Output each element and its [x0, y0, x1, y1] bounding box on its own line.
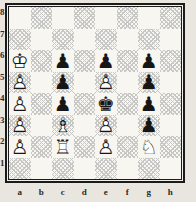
square-c5[interactable]: ♟ — [52, 72, 74, 94]
rank-label-3: 3 — [0, 115, 6, 137]
file-label-f: f — [117, 187, 139, 197]
white-pawn-fill: ♟ — [9, 115, 31, 137]
file-label-a: a — [9, 187, 31, 197]
piece-black-pawn: ♟ — [52, 72, 74, 94]
piece-black-pawn: ♟ — [138, 50, 160, 72]
white-pawn-fill: ♟ — [9, 93, 31, 115]
file-label-e: e — [95, 187, 117, 197]
square-c6[interactable]: ♟ — [52, 50, 74, 72]
white-king-fill: ♚ — [9, 50, 31, 72]
piece-black-king: ♚ — [95, 93, 117, 115]
chess-board-border: ♚♔♟♟♟♟♙♟♟♙♟♟♙♟♚♟♟♙♝♗♟♙♟♟♙♜♖♟♙♞♘ — [8, 6, 182, 180]
square-c2[interactable]: ♜♖ — [52, 136, 74, 158]
piece-white-pawn: ♙ — [9, 72, 31, 94]
rank-label-4: 4 — [0, 93, 6, 115]
piece-black-pawn: ♟ — [138, 115, 160, 137]
square-h3[interactable] — [160, 115, 182, 137]
piece-white-pawn: ♙ — [95, 136, 117, 158]
square-h7[interactable] — [160, 29, 182, 51]
piece-white-knight: ♘ — [138, 136, 160, 158]
square-e7[interactable] — [95, 29, 117, 51]
file-label-c: c — [52, 187, 74, 197]
square-h6[interactable] — [160, 50, 182, 72]
piece-black-pawn: ♟ — [52, 93, 74, 115]
piece-white-pawn: ♙ — [9, 115, 31, 137]
chess-board: ♚♔♟♟♟♟♙♟♟♙♟♟♙♟♚♟♟♙♝♗♟♙♟♟♙♜♖♟♙♞♘ — [9, 7, 181, 179]
square-d5[interactable] — [74, 72, 96, 94]
square-g6[interactable]: ♟ — [138, 50, 160, 72]
square-f8[interactable] — [117, 7, 139, 29]
file-label-g: g — [138, 187, 160, 197]
square-d4[interactable] — [74, 93, 96, 115]
white-pawn-fill: ♟ — [95, 115, 117, 137]
square-e3[interactable]: ♟♙ — [95, 115, 117, 137]
square-e1[interactable] — [95, 158, 117, 180]
square-g8[interactable] — [138, 7, 160, 29]
white-pawn-fill: ♟ — [95, 72, 117, 94]
rank-label-8: 8 — [0, 7, 6, 29]
white-rook-fill: ♜ — [52, 136, 74, 158]
square-a6[interactable]: ♚♔ — [9, 50, 31, 72]
square-b6[interactable] — [31, 50, 53, 72]
white-pawn-fill: ♟ — [9, 136, 31, 158]
square-c3[interactable]: ♝♗ — [52, 115, 74, 137]
square-f6[interactable] — [117, 50, 139, 72]
square-e5[interactable]: ♟♙ — [95, 72, 117, 94]
square-f7[interactable] — [117, 29, 139, 51]
square-e6[interactable]: ♟ — [95, 50, 117, 72]
white-knight-fill: ♞ — [138, 136, 160, 158]
square-g3[interactable]: ♟ — [138, 115, 160, 137]
square-g7[interactable] — [138, 29, 160, 51]
square-c1[interactable] — [52, 158, 74, 180]
piece-white-bishop: ♗ — [52, 115, 74, 137]
square-b8[interactable] — [31, 7, 53, 29]
piece-black-pawn: ♟ — [138, 93, 160, 115]
square-a4[interactable]: ♟♙ — [9, 93, 31, 115]
square-g2[interactable]: ♞♘ — [138, 136, 160, 158]
square-a3[interactable]: ♟♙ — [9, 115, 31, 137]
square-a5[interactable]: ♟♙ — [9, 72, 31, 94]
square-c4[interactable]: ♟ — [52, 93, 74, 115]
square-f4[interactable] — [117, 93, 139, 115]
square-d6[interactable] — [74, 50, 96, 72]
rank-label-5: 5 — [0, 72, 6, 94]
white-pawn-fill: ♟ — [95, 136, 117, 158]
square-h8[interactable] — [160, 7, 182, 29]
square-f1[interactable] — [117, 158, 139, 180]
square-e8[interactable] — [95, 7, 117, 29]
square-g5[interactable]: ♟ — [138, 72, 160, 94]
file-labels: abcdefgh — [9, 187, 181, 197]
square-d1[interactable] — [74, 158, 96, 180]
square-d3[interactable] — [74, 115, 96, 137]
piece-white-pawn: ♙ — [95, 115, 117, 137]
piece-white-pawn: ♙ — [9, 136, 31, 158]
square-g4[interactable]: ♟ — [138, 93, 160, 115]
rank-label-2: 2 — [0, 136, 6, 158]
file-label-d: d — [74, 187, 96, 197]
square-b2[interactable] — [31, 136, 53, 158]
piece-white-pawn: ♙ — [9, 93, 31, 115]
file-label-h: h — [160, 187, 182, 197]
square-d2[interactable] — [74, 136, 96, 158]
square-f2[interactable] — [117, 136, 139, 158]
square-d7[interactable] — [74, 29, 96, 51]
chess-board-frame: ♚♔♟♟♟♟♙♟♟♙♟♟♙♟♚♟♟♙♝♗♟♙♟♟♙♜♖♟♙♞♘ — [5, 3, 185, 183]
white-pawn-fill: ♟ — [9, 72, 31, 94]
square-a2[interactable]: ♟♙ — [9, 136, 31, 158]
square-a1[interactable] — [9, 158, 31, 180]
piece-white-pawn: ♙ — [95, 72, 117, 94]
square-f5[interactable] — [117, 72, 139, 94]
piece-black-pawn: ♟ — [95, 50, 117, 72]
square-h2[interactable] — [160, 136, 182, 158]
square-e2[interactable]: ♟♙ — [95, 136, 117, 158]
piece-white-king: ♔ — [9, 50, 31, 72]
square-h1[interactable] — [160, 158, 182, 180]
square-b5[interactable] — [31, 72, 53, 94]
piece-white-rook: ♖ — [52, 136, 74, 158]
square-h4[interactable] — [160, 93, 182, 115]
square-g1[interactable] — [138, 158, 160, 180]
square-h5[interactable] — [160, 72, 182, 94]
file-label-b: b — [31, 187, 53, 197]
rank-label-1: 1 — [0, 158, 6, 180]
square-f3[interactable] — [117, 115, 139, 137]
piece-black-pawn: ♟ — [52, 50, 74, 72]
white-bishop-fill: ♝ — [52, 115, 74, 137]
piece-black-pawn: ♟ — [138, 72, 160, 94]
square-b1[interactable] — [31, 158, 53, 180]
square-e4[interactable]: ♚ — [95, 93, 117, 115]
square-a8[interactable] — [9, 7, 31, 29]
square-d8[interactable] — [74, 7, 96, 29]
square-b3[interactable] — [31, 115, 53, 137]
square-a7[interactable] — [9, 29, 31, 51]
rank-labels: 87654321 — [0, 7, 6, 179]
rank-label-6: 6 — [0, 50, 6, 72]
rank-label-7: 7 — [0, 29, 6, 51]
square-c7[interactable] — [52, 29, 74, 51]
square-b7[interactable] — [31, 29, 53, 51]
square-b4[interactable] — [31, 93, 53, 115]
square-c8[interactable] — [52, 7, 74, 29]
